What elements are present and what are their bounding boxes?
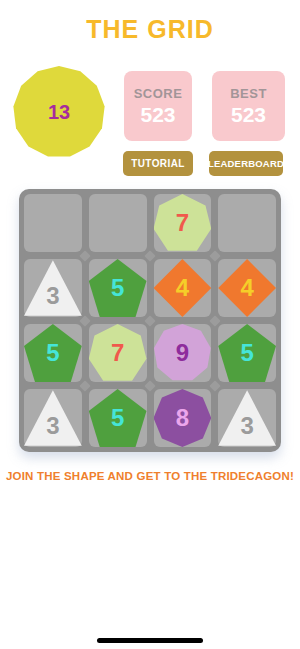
score-value: 523	[140, 103, 175, 127]
best-box: BEST 523	[212, 71, 285, 141]
grid-cell-r4c1: 3	[24, 389, 82, 447]
tile-value: 5	[240, 339, 253, 367]
grid-cell-r1c2	[89, 194, 147, 252]
score-label: SCORE	[134, 86, 183, 101]
grid-cell-r1c4	[218, 194, 276, 252]
grid-joint-decoration	[144, 380, 155, 391]
tile-nonagon-9: 9	[154, 324, 212, 382]
tile-value: 4	[240, 274, 253, 302]
home-indicator-bar[interactable]	[97, 638, 203, 643]
grid-cell-r2c2: 5	[89, 259, 147, 317]
tile-pentagon-5: 5	[24, 324, 82, 382]
tile-value: 9	[176, 339, 189, 367]
page-title: THE GRID	[0, 15, 300, 44]
tile-value: 4	[176, 274, 189, 302]
tile-triangle-3: 3	[24, 259, 82, 317]
grid-cell-r4c4: 3	[218, 389, 276, 447]
grid-joint-decoration	[80, 315, 91, 326]
tile-square-4: 4	[218, 259, 276, 317]
grid-cell-r2c4: 4	[218, 259, 276, 317]
tile-square-4: 4	[154, 259, 212, 317]
grid-cell-r1c1	[24, 194, 82, 252]
game-board[interactable]: 7354457953583	[19, 189, 281, 452]
goal-tridecagon-shape: 13	[13, 66, 105, 158]
grid-joint-decoration	[209, 250, 220, 261]
best-value: 523	[231, 103, 266, 127]
tile-value: 3	[46, 412, 59, 440]
grid-joint-decoration	[144, 250, 155, 261]
grid-joint-decoration	[209, 315, 220, 326]
hint-text: JOIN THE SHAPE AND GET TO THE TRIDECAGON…	[0, 470, 300, 482]
tile-value: 5	[111, 274, 124, 302]
grid-cell-r2c1: 3	[24, 259, 82, 317]
grid-cell-r3c3: 9	[154, 324, 212, 382]
tile-value: 8	[176, 404, 189, 432]
tile-value: 5	[111, 404, 124, 432]
tutorial-button[interactable]: TUTORIAL	[123, 151, 193, 176]
grid-joint-decoration	[209, 380, 220, 391]
score-box: SCORE 523	[124, 71, 192, 141]
tile-pentagon-5: 5	[89, 389, 147, 447]
tile-triangle-3: 3	[24, 389, 82, 447]
goal-value: 13	[48, 101, 70, 124]
tile-value: 3	[46, 282, 59, 310]
grid-cell-r3c1: 5	[24, 324, 82, 382]
best-label: BEST	[230, 86, 267, 101]
tile-heptagon-7: 7	[89, 324, 147, 382]
grid-joint-decoration	[80, 250, 91, 261]
grid-cell-r3c2: 7	[89, 324, 147, 382]
grid-cell-r4c2: 5	[89, 389, 147, 447]
grid-cell-r1c3: 7	[154, 194, 212, 252]
tile-pentagon-5: 5	[218, 324, 276, 382]
grid-cell-r2c3: 4	[154, 259, 212, 317]
grid-joint-decoration	[80, 380, 91, 391]
leaderboard-button[interactable]: LEADERBOARD	[209, 151, 283, 176]
grid-cell-r4c3: 8	[154, 389, 212, 447]
tile-heptagon-7: 7	[154, 194, 212, 252]
tile-value: 7	[111, 339, 124, 367]
tile-value: 7	[176, 209, 189, 237]
tile-pentagon-5: 5	[89, 259, 147, 317]
tile-triangle-3: 3	[218, 389, 276, 447]
grid-joint-decoration	[144, 315, 155, 326]
tile-value: 5	[46, 339, 59, 367]
grid-cell-r3c4: 5	[218, 324, 276, 382]
tile-value: 3	[240, 412, 253, 440]
tile-octagon-8: 8	[154, 389, 212, 447]
